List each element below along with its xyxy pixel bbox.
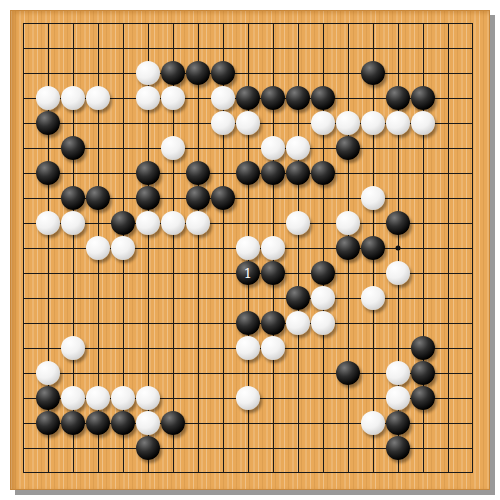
stone-black (286, 86, 310, 110)
stone-black (336, 361, 360, 385)
stone-black (311, 161, 335, 185)
stone-white (36, 211, 60, 235)
stone-black (386, 86, 410, 110)
stone-black (236, 86, 260, 110)
stone-black (411, 361, 435, 385)
stone-black (136, 161, 160, 185)
stone-black (161, 411, 185, 435)
stone-black (36, 161, 60, 185)
stone-white (61, 86, 85, 110)
stone-white (136, 61, 160, 85)
stone-black (261, 261, 285, 285)
stone-white (36, 361, 60, 385)
stone-black (286, 161, 310, 185)
move-number-label: 1 (244, 267, 252, 280)
stone-black (61, 186, 85, 210)
star-point (396, 246, 401, 251)
stone-black (86, 411, 110, 435)
stone-black (386, 411, 410, 435)
stone-white (211, 111, 235, 135)
stone-black (186, 161, 210, 185)
stone-black (36, 411, 60, 435)
stone-black (236, 161, 260, 185)
stone-white (286, 311, 310, 335)
stone-white (361, 111, 385, 135)
stone-white (311, 111, 335, 135)
stone-white (361, 286, 385, 310)
stone-black (361, 236, 385, 260)
stone-black (186, 61, 210, 85)
stone-white (261, 336, 285, 360)
stone-black (386, 211, 410, 235)
stone-white (161, 211, 185, 235)
go-board[interactable]: 1 (10, 10, 490, 490)
stone-black (61, 136, 85, 160)
stone-white (111, 236, 135, 260)
stone-white (236, 111, 260, 135)
stone-white (236, 236, 260, 260)
stone-white (386, 361, 410, 385)
stone-black (61, 411, 85, 435)
stone-black (311, 261, 335, 285)
stone-black (136, 186, 160, 210)
stone-white (336, 211, 360, 235)
stone-white (411, 111, 435, 135)
stone-white (261, 136, 285, 160)
stone-black (411, 86, 435, 110)
stone-white (136, 211, 160, 235)
stone-black (111, 211, 135, 235)
stone-white (361, 186, 385, 210)
stone-black (411, 386, 435, 410)
stone-white (36, 86, 60, 110)
stone-black (386, 436, 410, 460)
stone-black (336, 236, 360, 260)
stone-white (311, 286, 335, 310)
stone-white (136, 386, 160, 410)
stone-black (311, 86, 335, 110)
stone-white (86, 86, 110, 110)
stone-black (261, 311, 285, 335)
stone-white (236, 336, 260, 360)
stone-white (236, 386, 260, 410)
stone-black (36, 111, 60, 135)
stone-white (136, 411, 160, 435)
stone-black (111, 411, 135, 435)
stone-white (286, 136, 310, 160)
stone-white (161, 136, 185, 160)
stone-white (61, 211, 85, 235)
stone-white (386, 386, 410, 410)
stone-white (136, 86, 160, 110)
stone-black (261, 161, 285, 185)
stone-black (336, 136, 360, 160)
stone-black (361, 61, 385, 85)
stone-white (86, 386, 110, 410)
stone-black (236, 311, 260, 335)
stone-white (61, 336, 85, 360)
stone-black (36, 386, 60, 410)
stone-black (411, 336, 435, 360)
stone-white (111, 386, 135, 410)
stone-black (136, 436, 160, 460)
stone-white (286, 211, 310, 235)
stone-white (186, 211, 210, 235)
stone-black (211, 61, 235, 85)
stone-white (386, 261, 410, 285)
stone-white (161, 86, 185, 110)
stone-white (261, 236, 285, 260)
stone-white (61, 386, 85, 410)
stone-white (311, 311, 335, 335)
stone-white (361, 411, 385, 435)
stone-white (386, 111, 410, 135)
stone-black (86, 186, 110, 210)
stone-white (86, 236, 110, 260)
stone-white (211, 86, 235, 110)
stone-black (286, 286, 310, 310)
stone-black (186, 186, 210, 210)
stone-black (261, 86, 285, 110)
stone-black (211, 186, 235, 210)
stone-black (161, 61, 185, 85)
stone-black-last-move: 1 (236, 261, 260, 285)
stone-white (336, 111, 360, 135)
